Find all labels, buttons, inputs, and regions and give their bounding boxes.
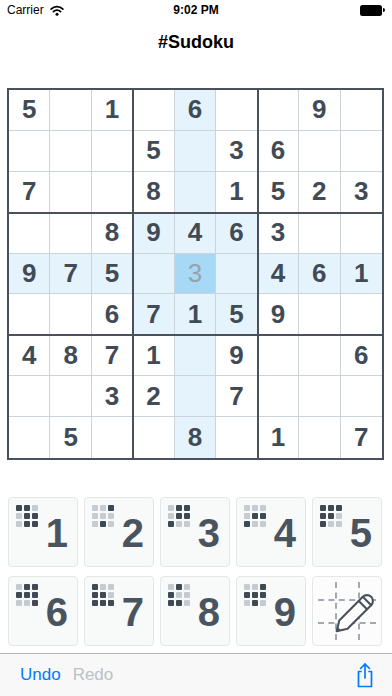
numpad-digit: 7 [122, 592, 144, 632]
cell-r6c2[interactable] [50, 294, 91, 335]
cell-r1c6[interactable] [216, 90, 257, 131]
cell-r9c7[interactable]: 1 [258, 417, 299, 458]
cell-r5c8[interactable]: 6 [299, 254, 340, 295]
cell-r3c5[interactable] [175, 172, 216, 213]
cell-r7c7[interactable] [258, 335, 299, 376]
cell-r5c1[interactable]: 9 [9, 254, 50, 295]
cell-r5c3[interactable]: 5 [92, 254, 133, 295]
numpad-digit: 5 [350, 513, 372, 553]
numpad-row-1: 12345 [8, 497, 384, 567]
placement-boxes-icon [320, 505, 342, 527]
cell-r9c8[interactable] [299, 417, 340, 458]
cell-r5c7[interactable]: 4 [258, 254, 299, 295]
pencil-button[interactable] [312, 576, 382, 646]
cell-r7c9[interactable]: 6 [341, 335, 382, 376]
undo-button[interactable]: Undo [20, 665, 61, 685]
battery-icon [360, 5, 385, 16]
cell-r5c5[interactable]: 3 [175, 254, 216, 295]
cell-r7c2[interactable]: 8 [50, 335, 91, 376]
cell-r7c1[interactable]: 4 [9, 335, 50, 376]
cell-r9c1[interactable] [9, 417, 50, 458]
cell-r3c3[interactable] [92, 172, 133, 213]
carrier-label: Carrier [7, 3, 44, 17]
numpad-button-8[interactable]: 8 [160, 576, 230, 646]
cell-r1c4[interactable] [133, 90, 174, 131]
cell-r7c8[interactable] [299, 335, 340, 376]
cell-r1c3[interactable]: 1 [92, 90, 133, 131]
cell-r8c5[interactable] [175, 376, 216, 417]
cell-r4c8[interactable] [299, 213, 340, 254]
cell-r8c7[interactable] [258, 376, 299, 417]
cell-r6c4[interactable]: 7 [133, 294, 174, 335]
cell-r4c6[interactable]: 6 [216, 213, 257, 254]
numpad-digit: 4 [274, 513, 296, 553]
cell-r2c8[interactable] [299, 131, 340, 172]
cell-r9c3[interactable] [92, 417, 133, 458]
cell-r9c2[interactable]: 5 [50, 417, 91, 458]
pencil-notes-icon [328, 588, 380, 644]
cell-r1c8[interactable]: 9 [299, 90, 340, 131]
redo-button[interactable]: Redo [73, 665, 114, 685]
numpad-digit: 9 [274, 592, 296, 632]
placement-boxes-icon [16, 505, 38, 527]
status-bar: Carrier 9:02 PM [0, 0, 392, 20]
number-pad: 12345 6789 [8, 497, 384, 646]
cell-r2c1[interactable] [9, 131, 50, 172]
cell-r2c2[interactable] [50, 131, 91, 172]
wifi-icon [49, 4, 65, 16]
cell-r1c5[interactable]: 6 [175, 90, 216, 131]
cell-r1c9[interactable] [341, 90, 382, 131]
bottom-toolbar: Undo Redo [0, 653, 392, 696]
placement-boxes-icon [16, 584, 38, 606]
cell-r7c6[interactable]: 9 [216, 335, 257, 376]
cell-r8c3[interactable]: 3 [92, 376, 133, 417]
placement-boxes-icon [92, 505, 114, 527]
sudoku-board: 5169536781523894639753461671594871963275… [7, 88, 384, 460]
cell-r8c1[interactable] [9, 376, 50, 417]
numpad-button-1[interactable]: 1 [8, 497, 78, 567]
cell-r9c4[interactable] [133, 417, 174, 458]
numpad-digit: 3 [198, 513, 220, 553]
cell-r8c2[interactable] [50, 376, 91, 417]
cell-r9c5[interactable]: 8 [175, 417, 216, 458]
cell-r3c1[interactable]: 7 [9, 172, 50, 213]
cell-r6c9[interactable] [341, 294, 382, 335]
placement-boxes-icon [168, 584, 190, 606]
cell-r5c2[interactable]: 7 [50, 254, 91, 295]
cell-r9c6[interactable] [216, 417, 257, 458]
cell-r5c4[interactable] [133, 254, 174, 295]
placement-boxes-icon [244, 584, 266, 606]
numpad-row-2: 6789 [8, 576, 384, 646]
cell-r6c1[interactable] [9, 294, 50, 335]
cell-r6c7[interactable]: 9 [258, 294, 299, 335]
cell-r1c2[interactable] [50, 90, 91, 131]
numpad-digit: 8 [198, 592, 220, 632]
cell-r2c3[interactable] [92, 131, 133, 172]
cell-r8c8[interactable] [299, 376, 340, 417]
cell-r7c5[interactable] [175, 335, 216, 376]
cell-r2c7[interactable]: 6 [258, 131, 299, 172]
clock-label: 9:02 PM [173, 3, 218, 17]
cell-r2c5[interactable] [175, 131, 216, 172]
cell-r6c6[interactable]: 5 [216, 294, 257, 335]
share-button[interactable] [354, 662, 376, 689]
cell-r4c7[interactable]: 3 [258, 213, 299, 254]
placement-boxes-icon [168, 505, 190, 527]
cell-r6c8[interactable] [299, 294, 340, 335]
cell-r9c9[interactable]: 7 [341, 417, 382, 458]
numpad-digit: 1 [46, 513, 68, 553]
placement-boxes-icon [244, 505, 266, 527]
cell-r6c5[interactable]: 1 [175, 294, 216, 335]
cell-r4c9[interactable] [341, 213, 382, 254]
cell-r4c4[interactable]: 9 [133, 213, 174, 254]
numpad-digit: 2 [122, 513, 144, 553]
numpad-button-4[interactable]: 4 [236, 497, 306, 567]
nav-bar: #Sudoku [0, 20, 392, 64]
cell-r3c4[interactable]: 8 [133, 172, 174, 213]
cell-r4c5[interactable]: 4 [175, 213, 216, 254]
numpad-digit: 6 [46, 592, 68, 632]
cell-r8c6[interactable]: 7 [216, 376, 257, 417]
cell-r2c6[interactable]: 3 [216, 131, 257, 172]
cell-r1c1[interactable]: 5 [9, 90, 50, 131]
cell-r5c6[interactable] [216, 254, 257, 295]
page-title: #Sudoku [158, 32, 234, 53]
numpad-button-6[interactable]: 6 [8, 576, 78, 646]
cell-r2c9[interactable] [341, 131, 382, 172]
cell-r5c9[interactable]: 1 [341, 254, 382, 295]
cell-r1c7[interactable] [258, 90, 299, 131]
cell-r8c4[interactable]: 2 [133, 376, 174, 417]
cell-r7c3[interactable]: 7 [92, 335, 133, 376]
cell-r4c2[interactable] [50, 213, 91, 254]
numpad-button-7[interactable]: 7 [84, 576, 154, 646]
placement-boxes-icon [92, 584, 114, 606]
cell-r3c6[interactable]: 1 [216, 172, 257, 213]
numpad-button-5[interactable]: 5 [312, 497, 382, 567]
numpad-button-9[interactable]: 9 [236, 576, 306, 646]
cell-r3c2[interactable] [50, 172, 91, 213]
cell-r6c3[interactable]: 6 [92, 294, 133, 335]
cell-r3c9[interactable]: 3 [341, 172, 382, 213]
cell-r3c8[interactable]: 2 [299, 172, 340, 213]
cell-r4c3[interactable]: 8 [92, 213, 133, 254]
cell-r4c1[interactable] [9, 213, 50, 254]
cell-r7c4[interactable]: 1 [133, 335, 174, 376]
cell-r3c7[interactable]: 5 [258, 172, 299, 213]
cell-r8c9[interactable] [341, 376, 382, 417]
numpad-button-3[interactable]: 3 [160, 497, 230, 567]
numpad-button-2[interactable]: 2 [84, 497, 154, 567]
cell-r2c4[interactable]: 5 [133, 131, 174, 172]
